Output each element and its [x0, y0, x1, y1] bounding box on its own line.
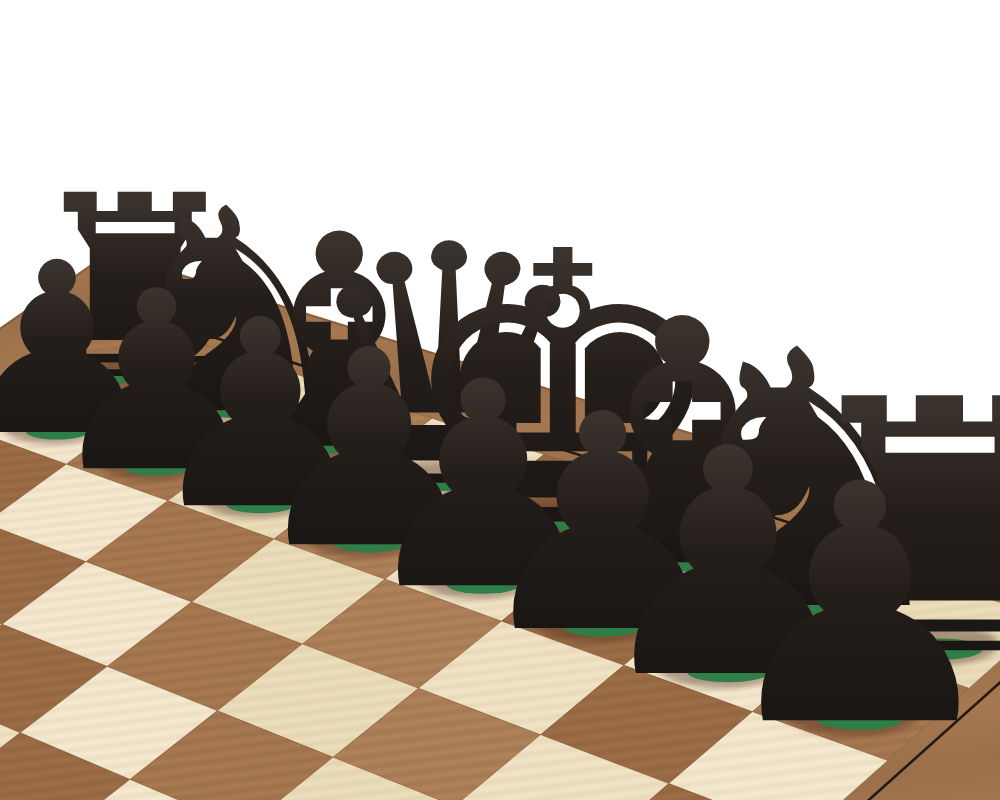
chessboard-photo: ♜♞♝♛♚♝♞♜♟♟♟♟♟♟♟♟	[0, 0, 1000, 800]
piece-black-pawn-h7: ♟	[712, 414, 1000, 798]
black-pawn-glyph: ♟	[712, 414, 1000, 798]
product-photo: ♜♞♝♛♚♝♞♜♟♟♟♟♟♟♟♟	[0, 0, 1000, 800]
